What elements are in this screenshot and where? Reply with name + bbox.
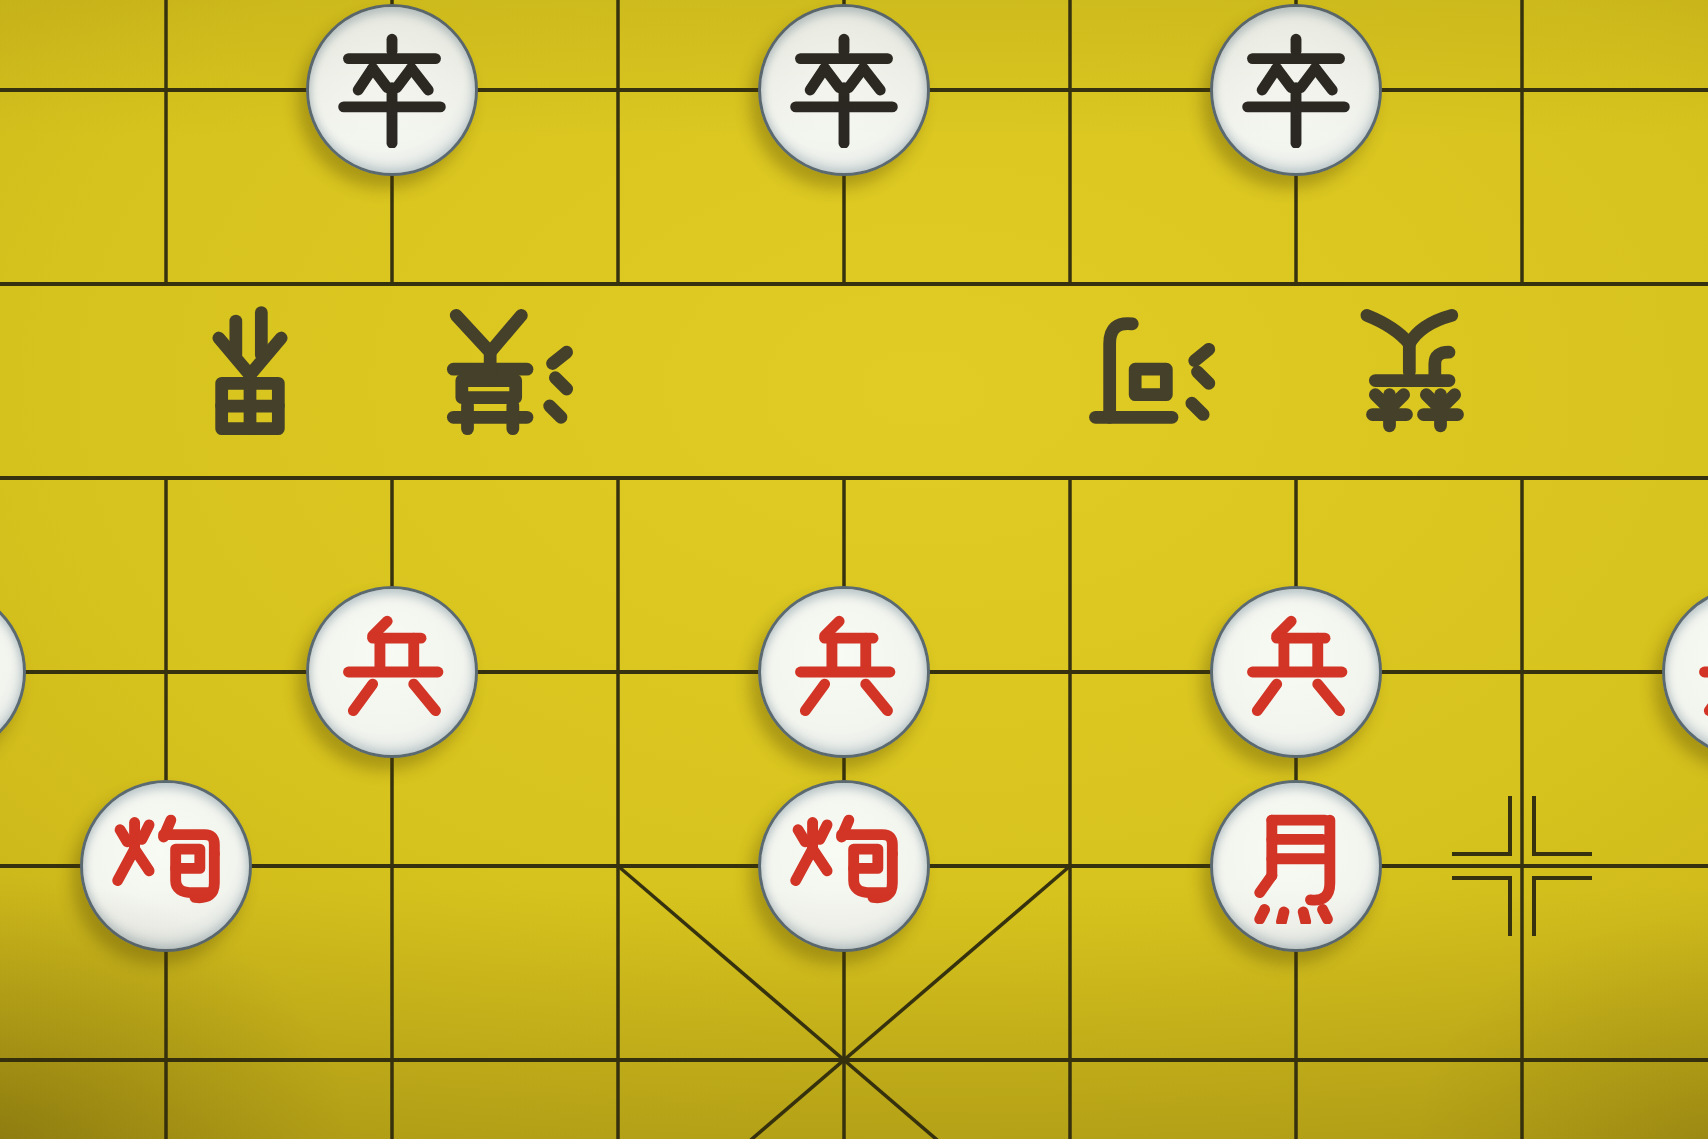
xiangqi-board-photo xyxy=(0,0,1708,1139)
soldier-glyph xyxy=(334,32,450,148)
piece-red-horse-g3[interactable] xyxy=(1210,780,1382,952)
piece-red-soldier-c4[interactable] xyxy=(306,586,478,758)
piece-red-cannon-b3[interactable] xyxy=(80,780,252,952)
piece-red-cannon-e3[interactable] xyxy=(758,780,930,952)
soldier-glyph xyxy=(334,614,450,730)
horse-glyph xyxy=(1238,808,1354,924)
piece-black-soldier-c7[interactable] xyxy=(306,4,478,176)
soldier-glyph xyxy=(786,614,902,730)
soldier-glyph xyxy=(786,32,902,148)
soldier-glyph xyxy=(1238,32,1354,148)
piece-red-soldier-e4[interactable] xyxy=(758,586,930,758)
piece-black-soldier-e7[interactable] xyxy=(758,4,930,176)
cannon-glyph xyxy=(786,808,902,924)
cannon-glyph xyxy=(108,808,224,924)
soldier-glyph xyxy=(1690,614,1708,730)
piece-black-soldier-g7[interactable] xyxy=(1210,4,1382,176)
soldier-glyph xyxy=(1238,614,1354,730)
piece-red-soldier-g4[interactable] xyxy=(1210,586,1382,758)
